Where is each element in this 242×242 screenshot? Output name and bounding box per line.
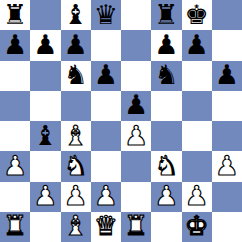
square-h5[interactable] [212, 91, 242, 121]
square-e6[interactable] [121, 61, 151, 91]
square-e1[interactable]: ♜ [121, 212, 151, 242]
square-e8[interactable] [121, 0, 151, 30]
black-knight-icon[interactable]: ♞ [154, 61, 178, 88]
black-pawn-icon[interactable]: ♟ [124, 91, 148, 118]
black-rook-icon[interactable]: ♜ [3, 1, 27, 28]
black-pawn-icon[interactable]: ♟ [94, 61, 118, 88]
square-g3[interactable] [182, 151, 212, 181]
white-pawn-icon[interactable]: ♟ [64, 182, 88, 209]
square-f7[interactable]: ♟ [151, 30, 181, 60]
white-pawn-icon[interactable]: ♟ [154, 182, 178, 209]
square-a4[interactable] [0, 121, 30, 151]
square-h7[interactable] [212, 30, 242, 60]
square-b7[interactable]: ♟ [30, 30, 60, 60]
square-a5[interactable] [0, 91, 30, 121]
white-rook-icon[interactable]: ♜ [3, 212, 27, 239]
black-pawn-icon[interactable]: ♟ [33, 31, 57, 58]
square-a8[interactable]: ♜ [0, 0, 30, 30]
white-king-icon[interactable]: ♚ [185, 212, 209, 239]
square-a6[interactable] [0, 61, 30, 91]
square-e3[interactable] [121, 151, 151, 181]
white-pawn-icon[interactable]: ♟ [215, 152, 239, 179]
square-d4[interactable] [91, 121, 121, 151]
square-d1[interactable]: ♛ [91, 212, 121, 242]
square-f2[interactable]: ♟ [151, 182, 181, 212]
square-e2[interactable] [121, 182, 151, 212]
square-d6[interactable]: ♟ [91, 61, 121, 91]
black-pawn-icon[interactable]: ♟ [185, 31, 209, 58]
black-bishop-icon[interactable]: ♝ [33, 122, 57, 149]
square-g2[interactable]: ♟ [182, 182, 212, 212]
square-h3[interactable]: ♟ [212, 151, 242, 181]
square-f6[interactable]: ♞ [151, 61, 181, 91]
square-c1[interactable]: ♝ [61, 212, 91, 242]
square-b8[interactable] [30, 0, 60, 30]
square-h2[interactable] [212, 182, 242, 212]
square-h1[interactable] [212, 212, 242, 242]
white-knight-icon[interactable]: ♞ [64, 152, 88, 179]
chess-board: ♜♝♛♜♚♟♟♟♟♟♞♟♞♟♟♝♝♟♟♞♞♟♟♟♟♟♟♜♝♛♜♚ [0, 0, 242, 242]
square-b6[interactable] [30, 61, 60, 91]
black-pawn-icon[interactable]: ♟ [215, 61, 239, 88]
white-bishop-icon[interactable]: ♝ [64, 122, 88, 149]
square-f8[interactable]: ♜ [151, 0, 181, 30]
square-f3[interactable]: ♞ [151, 151, 181, 181]
white-pawn-icon[interactable]: ♟ [94, 182, 118, 209]
square-g8[interactable]: ♚ [182, 0, 212, 30]
square-c6[interactable]: ♞ [61, 61, 91, 91]
white-queen-icon[interactable]: ♛ [94, 212, 118, 239]
square-d7[interactable] [91, 30, 121, 60]
square-b4[interactable]: ♝ [30, 121, 60, 151]
black-king-icon[interactable]: ♚ [185, 1, 209, 28]
square-c2[interactable]: ♟ [61, 182, 91, 212]
square-d2[interactable]: ♟ [91, 182, 121, 212]
square-e4[interactable]: ♟ [121, 121, 151, 151]
black-pawn-icon[interactable]: ♟ [64, 31, 88, 58]
square-a7[interactable]: ♟ [0, 30, 30, 60]
square-h8[interactable] [212, 0, 242, 30]
black-pawn-icon[interactable]: ♟ [154, 31, 178, 58]
square-d5[interactable] [91, 91, 121, 121]
square-f1[interactable] [151, 212, 181, 242]
square-g1[interactable]: ♚ [182, 212, 212, 242]
black-knight-icon[interactable]: ♞ [64, 61, 88, 88]
square-h4[interactable] [212, 121, 242, 151]
square-g6[interactable] [182, 61, 212, 91]
square-f4[interactable] [151, 121, 181, 151]
white-pawn-icon[interactable]: ♟ [185, 182, 209, 209]
square-c5[interactable] [61, 91, 91, 121]
square-d8[interactable]: ♛ [91, 0, 121, 30]
black-pawn-icon[interactable]: ♟ [3, 31, 27, 58]
square-c7[interactable]: ♟ [61, 30, 91, 60]
square-g4[interactable] [182, 121, 212, 151]
square-c3[interactable]: ♞ [61, 151, 91, 181]
square-e7[interactable] [121, 30, 151, 60]
square-b5[interactable] [30, 91, 60, 121]
white-pawn-icon[interactable]: ♟ [124, 122, 148, 149]
black-bishop-icon[interactable]: ♝ [64, 1, 88, 28]
square-d3[interactable] [91, 151, 121, 181]
square-a1[interactable]: ♜ [0, 212, 30, 242]
white-rook-icon[interactable]: ♜ [124, 212, 148, 239]
black-queen-icon[interactable]: ♛ [94, 1, 118, 28]
square-c4[interactable]: ♝ [61, 121, 91, 151]
black-rook-icon[interactable]: ♜ [154, 1, 178, 28]
square-g7[interactable]: ♟ [182, 30, 212, 60]
square-b2[interactable]: ♟ [30, 182, 60, 212]
square-b3[interactable] [30, 151, 60, 181]
square-c8[interactable]: ♝ [61, 0, 91, 30]
white-pawn-icon[interactable]: ♟ [3, 152, 27, 179]
square-b1[interactable] [30, 212, 60, 242]
square-h6[interactable]: ♟ [212, 61, 242, 91]
square-e5[interactable]: ♟ [121, 91, 151, 121]
square-g5[interactable] [182, 91, 212, 121]
square-a2[interactable] [0, 182, 30, 212]
white-pawn-icon[interactable]: ♟ [33, 182, 57, 209]
square-f5[interactable] [151, 91, 181, 121]
square-a3[interactable]: ♟ [0, 151, 30, 181]
white-bishop-icon[interactable]: ♝ [64, 212, 88, 239]
white-knight-icon[interactable]: ♞ [154, 152, 178, 179]
